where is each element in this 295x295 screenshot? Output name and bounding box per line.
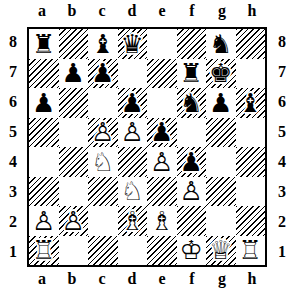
file-label-g: g: [207, 2, 237, 24]
piece-black-pawn[interactable]: ♟: [59, 59, 89, 89]
square-h6[interactable]: ♝: [236, 88, 266, 118]
square-h1[interactable]: ♜♖: [236, 236, 266, 266]
rank-label-7: 7: [2, 57, 24, 87]
piece-white-queen[interactable]: ♕: [206, 236, 236, 266]
square-g1[interactable]: ♛♕: [206, 236, 236, 266]
square-f1[interactable]: ♚♔: [177, 236, 207, 266]
piece-black-knight[interactable]: ♞: [206, 29, 236, 59]
piece-black-knight[interactable]: ♞: [177, 88, 207, 118]
square-a1[interactable]: ♜♖: [29, 236, 59, 266]
square-b6[interactable]: [59, 88, 89, 118]
rank-label-6: 6: [271, 87, 293, 117]
chess-board: ♜♝♛♞♟♟♜♚♟♟♞♟♝♟♙♟♙♟♞♘♟♙♟♞♘♟♙♟♙♟♙♝♗♝♗♜♖♚♔♛…: [27, 27, 267, 267]
square-e7[interactable]: [147, 59, 177, 89]
square-a6[interactable]: ♟: [29, 88, 59, 118]
square-b8[interactable]: [59, 29, 89, 59]
file-label-b: b: [57, 2, 87, 24]
piece-white-knight[interactable]: ♘: [88, 147, 118, 177]
rank-label-3: 3: [2, 177, 24, 207]
square-b7[interactable]: ♟: [59, 59, 89, 89]
square-f6[interactable]: ♞: [177, 88, 207, 118]
file-label-e: e: [147, 2, 177, 24]
square-b3[interactable]: [59, 177, 89, 207]
piece-black-bishop[interactable]: ♝: [236, 88, 266, 118]
file-labels-top: abcdefgh: [27, 2, 267, 24]
square-g4[interactable]: [206, 147, 236, 177]
square-g2[interactable]: [206, 206, 236, 236]
rank-label-5: 5: [2, 117, 24, 147]
file-label-d: d: [117, 270, 147, 292]
piece-black-pawn[interactable]: ♟: [29, 88, 59, 118]
square-g3[interactable]: [206, 177, 236, 207]
file-label-g: g: [207, 270, 237, 292]
square-e1[interactable]: [147, 236, 177, 266]
piece-black-pawn[interactable]: ♟: [177, 147, 207, 177]
rank-label-3: 3: [271, 177, 293, 207]
piece-black-rook[interactable]: ♜: [177, 59, 207, 89]
rank-label-7: 7: [271, 57, 293, 87]
rank-label-8: 8: [271, 27, 293, 57]
square-h2[interactable]: [236, 206, 266, 236]
square-a7[interactable]: [29, 59, 59, 89]
piece-white-king[interactable]: ♔: [177, 236, 207, 266]
piece-white-pawn[interactable]: ♙: [29, 206, 59, 236]
square-d6[interactable]: ♟: [118, 88, 148, 118]
square-e5[interactable]: ♟: [147, 118, 177, 148]
piece-white-pawn[interactable]: ♙: [59, 206, 89, 236]
square-g7[interactable]: ♚: [206, 59, 236, 89]
file-label-c: c: [87, 270, 117, 292]
square-f3[interactable]: ♟♙: [177, 177, 207, 207]
square-g5[interactable]: [206, 118, 236, 148]
square-c2[interactable]: [88, 206, 118, 236]
square-g8[interactable]: ♞: [206, 29, 236, 59]
square-f5[interactable]: [177, 118, 207, 148]
square-c6[interactable]: [88, 88, 118, 118]
file-label-b: b: [57, 270, 87, 292]
piece-black-bishop[interactable]: ♝: [88, 29, 118, 59]
square-e6[interactable]: [147, 88, 177, 118]
square-a4[interactable]: [29, 147, 59, 177]
square-h8[interactable]: [236, 29, 266, 59]
rank-label-2: 2: [271, 207, 293, 237]
square-e2[interactable]: ♝♗: [147, 206, 177, 236]
square-d3[interactable]: ♞♘: [118, 177, 148, 207]
piece-white-pawn[interactable]: ♙: [147, 147, 177, 177]
piece-black-queen[interactable]: ♛: [118, 29, 148, 59]
file-label-f: f: [177, 2, 207, 24]
square-b1[interactable]: [59, 236, 89, 266]
piece-black-pawn[interactable]: ♟: [118, 88, 148, 118]
square-f7[interactable]: ♜: [177, 59, 207, 89]
square-g6[interactable]: ♟: [206, 88, 236, 118]
chess-diagram: abcdefgh 87654321 ♜♝♛♞♟♟♜♚♟♟♞♟♝♟♙♟♙♟♞♘♟♙…: [0, 0, 295, 295]
rank-labels-right: 87654321: [271, 27, 293, 267]
square-c5[interactable]: ♟♙: [88, 118, 118, 148]
square-d4[interactable]: [118, 147, 148, 177]
square-d1[interactable]: [118, 236, 148, 266]
rank-label-4: 4: [271, 147, 293, 177]
piece-white-bishop[interactable]: ♗: [147, 206, 177, 236]
square-a8[interactable]: ♜: [29, 29, 59, 59]
square-c3[interactable]: [88, 177, 118, 207]
rank-label-8: 8: [2, 27, 24, 57]
square-f8[interactable]: [177, 29, 207, 59]
file-label-e: e: [147, 270, 177, 292]
square-a5[interactable]: [29, 118, 59, 148]
square-c7[interactable]: ♟: [88, 59, 118, 89]
square-a2[interactable]: ♟♙: [29, 206, 59, 236]
rank-labels-left: 87654321: [2, 27, 24, 267]
square-h5[interactable]: [236, 118, 266, 148]
piece-white-knight[interactable]: ♘: [118, 177, 148, 207]
square-c1[interactable]: [88, 236, 118, 266]
piece-white-rook[interactable]: ♖: [29, 236, 59, 266]
piece-white-bishop[interactable]: ♗: [118, 206, 148, 236]
square-a3[interactable]: [29, 177, 59, 207]
piece-black-pawn[interactable]: ♟: [88, 59, 118, 89]
square-f2[interactable]: [177, 206, 207, 236]
square-d5[interactable]: ♟♙: [118, 118, 148, 148]
rank-label-4: 4: [2, 147, 24, 177]
rank-label-5: 5: [271, 117, 293, 147]
rank-label-2: 2: [2, 207, 24, 237]
square-d2[interactable]: ♝♗: [118, 206, 148, 236]
file-label-a: a: [27, 2, 57, 24]
file-label-h: h: [237, 2, 267, 24]
rank-label-1: 1: [271, 237, 293, 267]
square-c4[interactable]: ♞♘: [88, 147, 118, 177]
piece-white-pawn[interactable]: ♙: [118, 118, 148, 148]
square-f4[interactable]: ♟: [177, 147, 207, 177]
piece-black-pawn[interactable]: ♟: [206, 88, 236, 118]
file-label-c: c: [87, 2, 117, 24]
square-b4[interactable]: [59, 147, 89, 177]
square-h7[interactable]: [236, 59, 266, 89]
piece-black-king[interactable]: ♚: [206, 59, 236, 89]
rank-label-1: 1: [2, 237, 24, 267]
square-h3[interactable]: [236, 177, 266, 207]
file-labels-bottom: abcdefgh: [27, 270, 267, 292]
rank-label-6: 6: [2, 87, 24, 117]
piece-white-pawn[interactable]: ♙: [88, 118, 118, 148]
piece-white-rook[interactable]: ♖: [236, 236, 266, 266]
file-label-d: d: [117, 2, 147, 24]
square-e3[interactable]: [147, 177, 177, 207]
file-label-h: h: [237, 270, 267, 292]
square-c8[interactable]: ♝: [88, 29, 118, 59]
file-label-a: a: [27, 270, 57, 292]
square-e8[interactable]: [147, 29, 177, 59]
square-b2[interactable]: ♟♙: [59, 206, 89, 236]
piece-black-rook[interactable]: ♜: [29, 29, 59, 59]
file-label-f: f: [177, 270, 207, 292]
square-h4[interactable]: [236, 147, 266, 177]
square-e4[interactable]: ♟♙: [147, 147, 177, 177]
square-d8[interactable]: ♛: [118, 29, 148, 59]
square-d7[interactable]: [118, 59, 148, 89]
square-b5[interactable]: [59, 118, 89, 148]
piece-white-pawn[interactable]: ♙: [177, 177, 207, 207]
piece-black-pawn[interactable]: ♟: [147, 118, 177, 148]
